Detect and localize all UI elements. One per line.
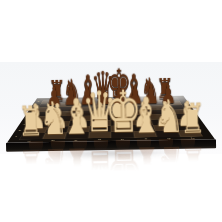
scene: abcdefgh 87654321 ♜♜♞♞♝♝♛♛♚♚♝♝♞♞♜♜♟♟♟♟♟♟… (0, 0, 222, 222)
piece-wr: ♜ (180, 99, 206, 140)
chess-set-photo: abcdefgh 87654321 ♜♜♞♞♝♝♛♛♚♚♝♝♞♞♜♜♟♟♟♟♟♟… (0, 0, 222, 222)
pieces-layer: ♜♜♞♞♝♝♛♛♚♚♝♝♞♞♜♜♟♟♟♟♟♟♟♟♟♟♟♟♟♟♟♟♟♟♟♟♟♟♟♟… (0, 0, 222, 222)
piece-reflection-wr: ♜ (180, 139, 206, 180)
